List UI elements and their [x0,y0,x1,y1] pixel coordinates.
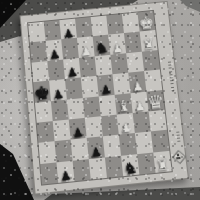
square-b6[interactable] [71,138,89,160]
square-f8[interactable] [31,61,49,82]
square-e6[interactable] [65,78,83,100]
board-grid: ♟♚♟♟♞♟♜♟♚♟♟♟♝♟♛♟♟♟♟♞♜ [28,11,172,185]
square-d8[interactable] [35,101,53,123]
square-a8[interactable] [40,162,58,184]
black-king[interactable]: ♚ [33,85,51,103]
square-e1[interactable] [144,70,162,92]
square-a1[interactable]: ♜ [153,151,172,173]
square-g7[interactable]: ♟ [46,40,64,61]
diamond-emblem-icon [171,148,185,164]
square-b8[interactable] [38,141,56,163]
vertical-text-marks-icon [176,132,180,144]
square-h8[interactable] [28,22,45,43]
square-g6[interactable] [61,38,79,59]
chessboard-photo-scene: ♟♚♟♟♞♟♜♟♚♟♟♟♝♟♛♟♟♟♟♞♜ [0,0,200,200]
square-f1[interactable] [142,50,160,71]
board-playing-area: ♟♚♟♟♞♟♜♟♚♟♟♟♝♟♛♟♟♟♟♞♜ [27,10,173,186]
square-e8[interactable]: ♚ [33,81,51,103]
square-d7[interactable] [51,99,69,121]
square-a7[interactable]: ♟ [56,160,74,182]
square-f6[interactable]: ♟ [63,58,81,79]
square-c7[interactable] [53,119,71,141]
square-d1[interactable]: ♛ [146,90,164,112]
square-g1[interactable]: ♜ [140,30,158,51]
white-rook[interactable]: ♜ [156,158,170,172]
square-e7[interactable]: ♟ [49,79,67,101]
square-d6[interactable] [67,98,85,120]
square-b1[interactable] [151,130,169,152]
chess-board: ♟♚♟♟♞♟♜♟♚♟♟♟♝♟♛♟♟♟♟♞♜ [20,1,189,195]
square-h1[interactable]: ♚ [137,11,155,32]
square-a6[interactable] [73,159,91,181]
square-c1[interactable] [149,110,167,132]
square-c8[interactable] [37,121,55,143]
vertical-text-marks-icon [168,62,174,92]
square-b7[interactable] [55,140,73,162]
square-h7[interactable] [44,20,61,41]
black-pawn[interactable]: ♟ [60,170,72,182]
square-h6[interactable]: ♟ [59,19,77,40]
square-g8[interactable] [30,41,47,62]
white-queen[interactable]: ♛ [146,93,165,112]
black-knight[interactable]: ♞ [123,161,138,176]
square-f7[interactable] [47,59,65,80]
square-c6[interactable]: ♟ [69,118,87,140]
white-king[interactable]: ♚ [138,15,156,32]
